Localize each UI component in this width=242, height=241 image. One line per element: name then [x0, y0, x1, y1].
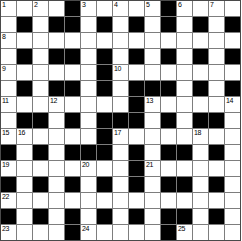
cell-r0c9[interactable]: 5	[145, 1, 160, 16]
clue-number-5: 5	[146, 1, 150, 9]
cell-r8c5[interactable]	[81, 129, 96, 144]
black-cell-r9c4	[65, 145, 80, 160]
cell-r10c1[interactable]	[17, 161, 32, 176]
cell-r4c9[interactable]	[145, 65, 160, 80]
cell-r0c7[interactable]: 4	[113, 1, 128, 16]
cell-r14c3[interactable]	[49, 225, 64, 240]
clue-number-22: 22	[2, 193, 9, 201]
cell-r9c9[interactable]	[145, 145, 160, 160]
black-cell-r7c12	[193, 113, 208, 128]
black-cell-r5c4	[65, 81, 80, 96]
black-cell-r13c6	[97, 209, 112, 224]
cell-r12c7[interactable]	[113, 193, 128, 208]
cell-r4c10[interactable]	[161, 65, 176, 80]
black-cell-r14c4	[65, 225, 80, 240]
cell-r0c1[interactable]	[17, 1, 32, 16]
black-cell-r3c1	[17, 49, 32, 64]
black-cell-r3c6	[97, 49, 112, 64]
cell-r0c2[interactable]: 2	[33, 1, 48, 16]
cell-r4c12[interactable]	[193, 65, 208, 80]
black-cell-r9c10	[161, 145, 176, 160]
black-cell-r9c8	[129, 145, 144, 160]
cell-r2c6[interactable]	[97, 33, 112, 48]
cell-r12c2[interactable]	[33, 193, 48, 208]
cell-r12c13[interactable]	[209, 193, 224, 208]
black-cell-r7c10	[161, 113, 176, 128]
cell-r10c14[interactable]	[225, 161, 240, 176]
black-cell-r13c0	[1, 209, 16, 224]
cell-r12c14[interactable]	[225, 193, 240, 208]
cell-r10c9[interactable]: 21	[145, 161, 160, 176]
cell-r13c1[interactable]	[17, 209, 32, 224]
cell-r7c0[interactable]	[1, 113, 16, 128]
black-cell-r3c3	[49, 49, 64, 64]
black-cell-r3c10	[161, 49, 176, 64]
cell-r2c5[interactable]	[81, 33, 96, 48]
cell-r6c10[interactable]	[161, 97, 176, 112]
cell-r0c8[interactable]	[129, 1, 144, 16]
black-cell-r7c7	[113, 113, 128, 128]
black-cell-r7c6	[97, 113, 112, 128]
cell-r4c2[interactable]	[33, 65, 48, 80]
black-cell-r1c6	[97, 17, 112, 32]
clue-number-18: 18	[194, 129, 201, 137]
cell-r12c6[interactable]	[97, 193, 112, 208]
cell-r12c3[interactable]	[49, 193, 64, 208]
cell-r11c3[interactable]	[49, 177, 64, 192]
cell-r8c0[interactable]: 15	[1, 129, 16, 144]
cell-r10c7[interactable]	[113, 161, 128, 176]
black-cell-r9c0	[1, 145, 16, 160]
cell-r13c5[interactable]	[81, 209, 96, 224]
black-cell-r7c1	[17, 113, 32, 128]
cell-r6c7[interactable]	[113, 97, 128, 112]
cell-r6c5[interactable]	[81, 97, 96, 112]
cell-r6c13[interactable]	[209, 97, 224, 112]
black-cell-r9c11	[177, 145, 192, 160]
clue-number-12: 12	[50, 97, 57, 105]
cell-r4c4[interactable]	[65, 65, 80, 80]
cell-r6c4[interactable]	[65, 97, 80, 112]
cell-r2c14[interactable]	[225, 33, 240, 48]
black-cell-r7c2	[33, 113, 48, 128]
cell-r6c12[interactable]	[193, 97, 208, 112]
clue-number-3: 3	[82, 1, 86, 9]
clue-number-2: 2	[34, 1, 38, 9]
cell-r12c0[interactable]: 22	[1, 193, 16, 208]
black-cell-r11c11	[177, 177, 192, 192]
black-cell-r8c6	[97, 129, 112, 144]
cell-r13c9[interactable]	[145, 209, 160, 224]
cell-r8c8[interactable]	[129, 129, 144, 144]
cell-r8c11[interactable]	[177, 129, 192, 144]
cell-r9c3[interactable]	[49, 145, 64, 160]
cell-r10c6[interactable]	[97, 161, 112, 176]
black-cell-r9c5	[81, 145, 96, 160]
cell-r7c11[interactable]	[177, 113, 192, 128]
cell-r5c0[interactable]	[1, 81, 16, 96]
black-cell-r11c2	[33, 177, 48, 192]
clue-number-20: 20	[82, 161, 89, 169]
black-cell-r10c8	[129, 161, 144, 176]
cell-r12c1[interactable]	[17, 193, 32, 208]
cell-r9c1[interactable]	[17, 145, 32, 160]
cell-r8c1[interactable]: 16	[17, 129, 32, 144]
cell-r9c14[interactable]	[225, 145, 240, 160]
cell-r10c2[interactable]	[33, 161, 48, 176]
cell-r11c1[interactable]	[17, 177, 32, 192]
black-cell-r11c8	[129, 177, 144, 192]
clue-number-23: 23	[2, 225, 9, 233]
cell-r3c5[interactable]	[81, 49, 96, 64]
cell-r1c11[interactable]	[177, 17, 192, 32]
clue-number-1: 1	[2, 1, 6, 9]
cell-r12c10[interactable]	[161, 193, 176, 208]
cell-r8c9[interactable]	[145, 129, 160, 144]
black-cell-r13c13	[209, 209, 224, 224]
cell-r2c11[interactable]	[177, 33, 192, 48]
black-cell-r11c6	[97, 177, 112, 192]
black-cell-r9c2	[33, 145, 48, 160]
cell-r7c3[interactable]	[49, 113, 64, 128]
cell-r2c0[interactable]: 8	[1, 33, 16, 48]
black-cell-r14c10	[161, 225, 176, 240]
cell-r2c10[interactable]	[161, 33, 176, 48]
cell-r8c4[interactable]	[65, 129, 80, 144]
cell-r14c14[interactable]	[225, 225, 240, 240]
black-cell-r13c11	[177, 209, 192, 224]
clue-number-25: 25	[178, 225, 185, 233]
black-cell-r11c4	[65, 177, 80, 192]
black-cell-r9c6	[97, 145, 112, 160]
cell-r3c2[interactable]	[33, 49, 48, 64]
cell-r8c7[interactable]: 17	[113, 129, 128, 144]
cell-r12c11[interactable]	[177, 193, 192, 208]
black-cell-r1c14	[225, 17, 240, 32]
cell-r5c2[interactable]	[33, 81, 48, 96]
cell-r6c0[interactable]: 11	[1, 97, 16, 112]
black-cell-r3c14	[225, 49, 240, 64]
cell-r11c14[interactable]	[225, 177, 240, 192]
cell-r11c12[interactable]	[193, 177, 208, 192]
cell-r2c8[interactable]	[129, 33, 144, 48]
black-cell-r13c10	[161, 209, 176, 224]
cell-r1c2[interactable]	[33, 17, 48, 32]
cell-r4c13[interactable]	[209, 65, 224, 80]
clue-number-16: 16	[18, 129, 25, 137]
clue-number-15: 15	[2, 129, 9, 137]
cell-r6c14[interactable]: 14	[225, 97, 240, 112]
black-cell-r5c14	[225, 81, 240, 96]
clue-number-8: 8	[2, 33, 6, 41]
cell-r11c9[interactable]	[145, 177, 160, 192]
cell-r0c0[interactable]: 1	[1, 1, 16, 16]
cell-r14c1[interactable]	[17, 225, 32, 240]
cell-r4c11[interactable]	[177, 65, 192, 80]
black-cell-r0c10	[161, 1, 176, 16]
cell-r10c5[interactable]: 20	[81, 161, 96, 176]
cell-r6c6[interactable]	[97, 97, 112, 112]
cell-r10c13[interactable]	[209, 161, 224, 176]
black-cell-r1c4	[65, 17, 80, 32]
cell-r2c2[interactable]	[33, 33, 48, 48]
cell-r8c2[interactable]	[33, 129, 48, 144]
cell-r4c1[interactable]	[17, 65, 32, 80]
cell-r14c2[interactable]	[33, 225, 48, 240]
black-cell-r5c3	[49, 81, 64, 96]
black-cell-r3c8	[129, 49, 144, 64]
cell-r12c9[interactable]	[145, 193, 160, 208]
clue-number-11: 11	[2, 97, 9, 105]
clue-number-9: 9	[2, 65, 6, 73]
crossword-page: 1234567891011121314151617181920212223242…	[0, 0, 242, 241]
black-cell-r13c8	[129, 209, 144, 224]
cell-r14c12[interactable]	[193, 225, 208, 240]
cell-r2c4[interactable]	[65, 33, 80, 48]
cell-r11c7[interactable]	[113, 177, 128, 192]
black-cell-r11c13	[209, 177, 224, 192]
cell-r6c1[interactable]	[17, 97, 32, 112]
black-cell-r11c0	[1, 177, 16, 192]
cell-r0c12[interactable]	[193, 1, 208, 16]
black-cell-r9c13	[209, 145, 224, 160]
cell-r2c3[interactable]	[49, 33, 64, 48]
cell-r6c3[interactable]: 12	[49, 97, 64, 112]
cell-r14c6[interactable]	[97, 225, 112, 240]
clue-number-14: 14	[226, 97, 233, 105]
cell-r12c8[interactable]	[129, 193, 144, 208]
cell-r5c11[interactable]	[177, 81, 192, 96]
cell-r2c7[interactable]	[113, 33, 128, 48]
clue-number-4: 4	[114, 1, 118, 9]
cell-r13c14[interactable]	[225, 209, 240, 224]
cell-r4c0[interactable]: 9	[1, 65, 16, 80]
cell-r9c7[interactable]	[113, 145, 128, 160]
cell-r13c12[interactable]	[193, 209, 208, 224]
black-cell-r5c8	[129, 81, 144, 96]
clue-number-21: 21	[146, 161, 153, 169]
cell-r3c7[interactable]	[113, 49, 128, 64]
black-cell-r7c4	[65, 113, 80, 128]
cell-r4c8[interactable]	[129, 65, 144, 80]
black-cell-r5c9	[145, 81, 160, 96]
cell-r14c9[interactable]	[145, 225, 160, 240]
cell-r7c14[interactable]	[225, 113, 240, 128]
cell-r1c7[interactable]	[113, 17, 128, 32]
clue-number-7: 7	[210, 1, 214, 9]
cell-r10c11[interactable]	[177, 161, 192, 176]
crossword-board: 1234567891011121314151617181920212223242…	[0, 0, 241, 241]
cell-r3c13[interactable]	[209, 49, 224, 64]
cell-r11c5[interactable]	[81, 177, 96, 192]
cell-r9c12[interactable]	[193, 145, 208, 160]
cell-r1c9[interactable]	[145, 17, 160, 32]
cell-r10c4[interactable]	[65, 161, 80, 176]
cell-r12c5[interactable]	[81, 193, 96, 208]
cell-r0c11[interactable]: 6	[177, 1, 192, 16]
cell-r12c12[interactable]	[193, 193, 208, 208]
cell-r8c10[interactable]	[161, 129, 176, 144]
cell-r2c13[interactable]	[209, 33, 224, 48]
cell-r4c7[interactable]: 10	[113, 65, 128, 80]
black-cell-r11c10	[161, 177, 176, 192]
cell-r8c13[interactable]	[209, 129, 224, 144]
black-cell-r7c8	[129, 113, 144, 128]
cell-r0c13[interactable]: 7	[209, 1, 224, 16]
black-cell-r13c2	[33, 209, 48, 224]
cell-r3c11[interactable]	[177, 49, 192, 64]
cell-r8c12[interactable]: 18	[193, 129, 208, 144]
clue-number-17: 17	[114, 129, 121, 137]
black-cell-r1c12	[193, 17, 208, 32]
cell-r10c12[interactable]	[193, 161, 208, 176]
cell-r2c1[interactable]	[17, 33, 32, 48]
cell-r1c13[interactable]	[209, 17, 224, 32]
clue-number-6: 6	[178, 1, 182, 9]
cell-r3c9[interactable]	[145, 49, 160, 64]
cell-r14c5[interactable]: 24	[81, 225, 96, 240]
clue-number-19: 19	[2, 161, 9, 169]
black-cell-r7c13	[209, 113, 224, 128]
cell-r7c9[interactable]	[145, 113, 160, 128]
cell-r14c13[interactable]	[209, 225, 224, 240]
cell-r4c3[interactable]	[49, 65, 64, 80]
black-cell-r5c6	[97, 81, 112, 96]
black-cell-r3c4	[65, 49, 80, 64]
black-cell-r4c6	[97, 65, 112, 80]
cell-r14c8[interactable]	[129, 225, 144, 240]
cell-r0c5[interactable]: 3	[81, 1, 96, 16]
clue-number-10: 10	[114, 65, 121, 73]
black-cell-r5c10	[161, 81, 176, 96]
black-cell-r0c4	[65, 1, 80, 16]
cell-r13c3[interactable]	[49, 209, 64, 224]
black-cell-r1c3	[49, 17, 64, 32]
cell-r6c9[interactable]: 13	[145, 97, 160, 112]
clue-number-13: 13	[146, 97, 153, 105]
black-cell-r5c12	[193, 81, 208, 96]
cell-r14c11[interactable]: 25	[177, 225, 192, 240]
cell-r8c3[interactable]	[49, 129, 64, 144]
cell-r10c0[interactable]: 19	[1, 161, 16, 176]
cell-r3c0[interactable]	[1, 49, 16, 64]
cell-r10c10[interactable]	[161, 161, 176, 176]
cell-r13c7[interactable]	[113, 209, 128, 224]
cell-r5c5[interactable]	[81, 81, 96, 96]
black-cell-r3c12	[193, 49, 208, 64]
black-cell-r13c4	[65, 209, 80, 224]
black-cell-r1c1	[17, 17, 32, 32]
cell-r5c13[interactable]	[209, 81, 224, 96]
cell-r5c7[interactable]	[113, 81, 128, 96]
cell-r10c3[interactable]	[49, 161, 64, 176]
cell-r14c0[interactable]: 23	[1, 225, 16, 240]
cell-r6c11[interactable]	[177, 97, 192, 112]
cell-r0c3[interactable]	[49, 1, 64, 16]
cell-r4c14[interactable]	[225, 65, 240, 80]
cell-r1c0[interactable]	[1, 17, 16, 32]
cell-r1c5[interactable]	[81, 17, 96, 32]
cell-r7c5[interactable]	[81, 113, 96, 128]
black-cell-r1c8	[129, 17, 144, 32]
cell-r2c9[interactable]	[145, 33, 160, 48]
black-cell-r1c10	[161, 17, 176, 32]
clue-number-24: 24	[82, 225, 89, 233]
black-cell-r5c1	[17, 81, 32, 96]
cell-r12c4[interactable]	[65, 193, 80, 208]
cell-r0c14[interactable]	[225, 1, 240, 16]
cell-r0c6[interactable]	[97, 1, 112, 16]
black-cell-r6c8	[129, 97, 144, 112]
cell-r14c7[interactable]	[113, 225, 128, 240]
cell-r8c14[interactable]	[225, 129, 240, 144]
cell-r2c12[interactable]	[193, 33, 208, 48]
cell-r6c2[interactable]	[33, 97, 48, 112]
cell-r4c5[interactable]	[81, 65, 96, 80]
